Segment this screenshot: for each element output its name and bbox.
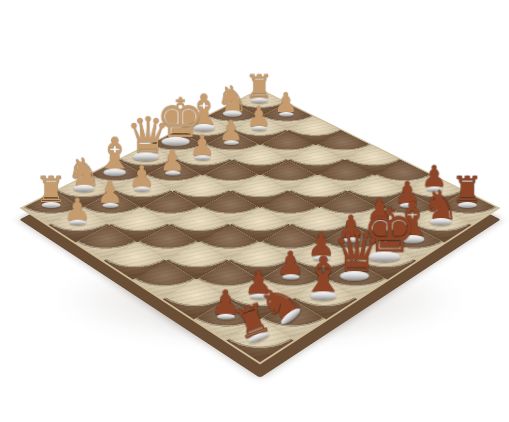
square-d1[interactable]: ♛ [119, 145, 176, 175]
square-h3[interactable] [287, 117, 342, 146]
product-photo-frame: ♜♟♟♜♞♟♟♞♝♟♟♝♚♟♟♚♛♟♟♛♝♟♟♝♞♟♟♞♜♟♟♜ [0, 0, 509, 422]
square-f3[interactable] [232, 145, 289, 175]
white-bishop-c1[interactable]: ♝ [95, 133, 136, 174]
square-g4[interactable] [288, 145, 345, 175]
square-g5[interactable] [317, 160, 374, 191]
square-d2[interactable]: ♟ [145, 160, 202, 191]
square-f1[interactable]: ♝ [178, 117, 233, 146]
white-pawn-d2[interactable]: ♟ [152, 147, 193, 175]
white-pawn-h2[interactable]: ♟ [267, 90, 305, 116]
square-h5[interactable] [345, 145, 402, 175]
square-e2[interactable]: ♟ [175, 145, 232, 175]
square-e1[interactable]: ♚ [149, 131, 205, 160]
white-king-e1[interactable]: ♚ [156, 93, 195, 145]
white-pawn-a2[interactable]: ♟ [56, 195, 99, 224]
white-queen-d1[interactable]: ♛ [126, 112, 166, 159]
white-pawn-f2[interactable]: ♟ [212, 118, 251, 145]
white-knight-g1[interactable]: ♞ [213, 81, 251, 116]
white-rook-h1[interactable]: ♜ [240, 72, 278, 103]
square-h2[interactable]: ♟ [260, 103, 314, 131]
black-bishop-c8[interactable]: ♝ [301, 252, 347, 299]
square-g2[interactable]: ♟ [233, 117, 288, 146]
square-e4[interactable] [231, 176, 289, 208]
square-f2[interactable]: ♟ [204, 131, 260, 160]
square-g1[interactable]: ♞ [206, 103, 260, 131]
white-pawn-e2[interactable]: ♟ [182, 132, 222, 159]
square-h1[interactable]: ♜ [233, 90, 286, 117]
square-d3[interactable] [172, 176, 230, 208]
square-f5[interactable] [289, 176, 347, 208]
white-bishop-f1[interactable]: ♝ [185, 91, 224, 131]
square-f4[interactable] [260, 160, 317, 191]
square-h4[interactable] [316, 131, 372, 160]
square-e3[interactable] [203, 160, 260, 191]
scene: ♜♟♟♜♞♟♟♞♝♟♟♝♚♟♟♚♛♟♟♛♝♟♟♝♞♟♟♞♜♟♟♜ [0, 0, 509, 422]
chess-board: ♜♟♟♜♞♟♟♞♝♟♟♝♚♟♟♚♛♟♟♛♝♟♟♝♞♟♟♞♜♟♟♜ [20, 89, 501, 365]
square-g3[interactable] [260, 131, 316, 160]
white-pawn-g2[interactable]: ♟ [240, 104, 279, 130]
